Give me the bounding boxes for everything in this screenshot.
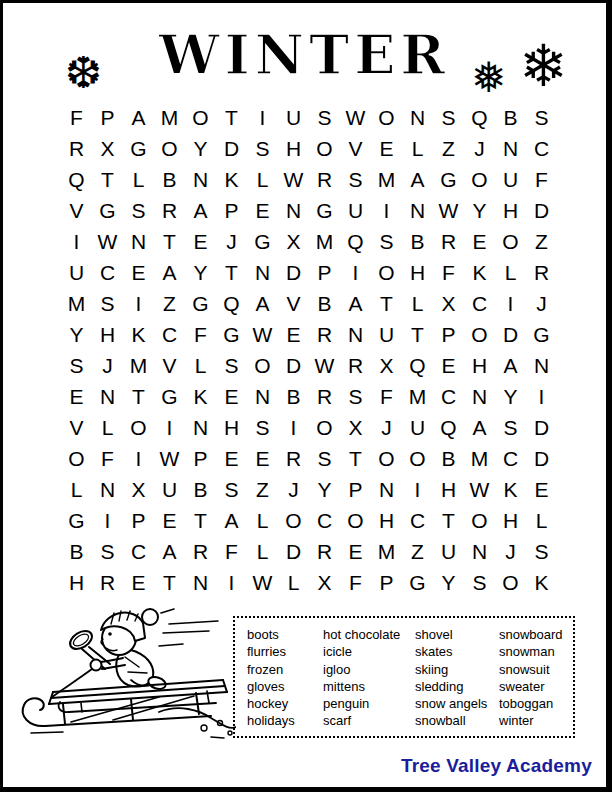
grid-letter: E (216, 381, 247, 412)
grid-letter: N (402, 102, 433, 133)
grid-letter: O (340, 505, 371, 536)
grid-letter: Y (185, 257, 216, 288)
grid-letter: L (526, 505, 557, 536)
grid-letter: E (433, 350, 464, 381)
grid-letter: D (495, 319, 526, 350)
grid-letter: H (371, 505, 402, 536)
grid-letter: E (216, 443, 247, 474)
grid-letter: L (247, 164, 278, 195)
grid-letter: O (371, 443, 402, 474)
grid-letter: K (185, 381, 216, 412)
grid-letter: P (433, 319, 464, 350)
grid-letter: A (154, 257, 185, 288)
grid-letter: S (92, 536, 123, 567)
grid-letter: Y (185, 133, 216, 164)
grid-letter: E (123, 257, 154, 288)
grid-letter: U (402, 412, 433, 443)
grid-letter: Q (464, 102, 495, 133)
grid-letter: J (92, 350, 123, 381)
grid-letter: J (495, 536, 526, 567)
word-list-item: frozen (247, 661, 323, 678)
word-list-item: winter (499, 712, 573, 729)
word-search-grid: FPAMOTIUSWONSQBSRXGOYDSHOVELZJNCQTLBNKLW… (61, 102, 557, 598)
grid-letter: H (464, 350, 495, 381)
grid-letter: L (247, 536, 278, 567)
sled-illustration (11, 599, 236, 751)
grid-letter: N (247, 257, 278, 288)
grid-letter: L (123, 164, 154, 195)
grid-letter: I (247, 102, 278, 133)
grid-letter: S (526, 536, 557, 567)
grid-letter: T (402, 319, 433, 350)
page-title: WINTERWINTER (3, 25, 606, 85)
grid-letter: Q (61, 164, 92, 195)
grid-letter: E (247, 195, 278, 226)
grid-letter: H (495, 195, 526, 226)
grid-letter: B (309, 288, 340, 319)
grid-letter: T (340, 443, 371, 474)
grid-letter: S (216, 474, 247, 505)
grid-letter: G (61, 505, 92, 536)
word-list-item: skiing (415, 661, 499, 678)
grid-letter: B (61, 536, 92, 567)
grid-letter: A (402, 164, 433, 195)
grid-letter: S (309, 102, 340, 133)
grid-letter: N (92, 381, 123, 412)
grid-letter: S (61, 350, 92, 381)
grid-letter: T (154, 567, 185, 598)
word-list-box: bootsflurriesfrozengloveshockeyholidaysh… (233, 616, 575, 738)
grid-letter: O (278, 505, 309, 536)
grid-letter: N (526, 350, 557, 381)
grid-letter: E (61, 381, 92, 412)
grid-letter: I (123, 443, 154, 474)
grid-letter: B (402, 226, 433, 257)
grid-letter: K (464, 257, 495, 288)
grid-letter: Z (433, 133, 464, 164)
grid-letter: O (154, 133, 185, 164)
grid-letter: W (464, 474, 495, 505)
grid-letter: O (402, 443, 433, 474)
grid-letter: S (92, 288, 123, 319)
grid-letter: A (340, 288, 371, 319)
word-list-item: mittens (323, 678, 415, 695)
grid-letter: M (371, 164, 402, 195)
grid-letter: O (123, 412, 154, 443)
grid-letter: L (92, 412, 123, 443)
grid-letter: R (61, 133, 92, 164)
grid-letter: P (216, 195, 247, 226)
word-list-column: snowboardsnowmansnowsuitsweatertobogganw… (499, 626, 573, 736)
grid-letter: I (154, 412, 185, 443)
grid-letter: H (278, 133, 309, 164)
grid-letter: F (526, 164, 557, 195)
grid-letter: O (495, 226, 526, 257)
grid-letter: U (495, 164, 526, 195)
grid-letter: O (464, 319, 495, 350)
grid-letter: S (123, 195, 154, 226)
grid-letter: G (402, 567, 433, 598)
word-list-item: igloo (323, 661, 415, 678)
word-list-column: bootsflurriesfrozengloveshockeyholidays (247, 626, 323, 736)
grid-letter: H (92, 319, 123, 350)
grid-letter: T (154, 226, 185, 257)
grid-letter: Y (433, 567, 464, 598)
grid-letter: G (123, 133, 154, 164)
grid-letter: Z (526, 226, 557, 257)
grid-letter: F (216, 536, 247, 567)
grid-letter: R (278, 443, 309, 474)
grid-letter: F (61, 102, 92, 133)
grid-letter: Z (154, 288, 185, 319)
grid-letter: I (402, 474, 433, 505)
grid-letter: F (433, 257, 464, 288)
grid-letter: E (526, 474, 557, 505)
grid-letter: O (185, 102, 216, 133)
word-list-item: skates (415, 643, 499, 660)
grid-letter: W (247, 319, 278, 350)
grid-letter: R (309, 381, 340, 412)
grid-letter: P (123, 505, 154, 536)
grid-letter: N (402, 195, 433, 226)
grid-letter: S (464, 567, 495, 598)
grid-letter: N (495, 133, 526, 164)
grid-letter: X (92, 133, 123, 164)
grid-letter: N (247, 381, 278, 412)
grid-letter: U (154, 474, 185, 505)
grid-letter: R (92, 567, 123, 598)
grid-letter: O (61, 443, 92, 474)
grid-letter: I (61, 226, 92, 257)
grid-letter: H (216, 412, 247, 443)
grid-letter: A (247, 288, 278, 319)
word-list-item: snowsuit (499, 661, 573, 678)
grid-letter: N (185, 412, 216, 443)
grid-letter: N (123, 226, 154, 257)
grid-letter: C (464, 288, 495, 319)
word-list-item: snowball (415, 712, 499, 729)
grid-letter: A (185, 195, 216, 226)
grid-letter: D (526, 443, 557, 474)
grid-letter: P (371, 567, 402, 598)
grid-letter: I (371, 195, 402, 226)
grid-letter: W (278, 164, 309, 195)
word-list-item: sweater (499, 678, 573, 695)
word-list-column: hot chocolateicicleigloomittenspenguinsc… (323, 626, 415, 736)
grid-letter: O (371, 102, 402, 133)
grid-letter: N (340, 319, 371, 350)
grid-letter: C (526, 133, 557, 164)
grid-letter: D (216, 133, 247, 164)
grid-letter: U (278, 102, 309, 133)
grid-letter: I (526, 381, 557, 412)
word-list-item: hot chocolate (323, 626, 415, 643)
grid-letter: V (340, 133, 371, 164)
grid-letter: G (433, 164, 464, 195)
grid-letter: N (464, 536, 495, 567)
grid-letter: A (154, 536, 185, 567)
grid-letter: X (433, 288, 464, 319)
grid-letter: N (371, 474, 402, 505)
grid-letter: I (216, 567, 247, 598)
grid-letter: Q (433, 412, 464, 443)
grid-letter: M (154, 102, 185, 133)
grid-letter: R (309, 536, 340, 567)
snowflake-icon: ❄ (519, 37, 568, 95)
grid-letter: I (123, 288, 154, 319)
grid-letter: S (247, 133, 278, 164)
grid-letter: P (309, 257, 340, 288)
grid-letter: T (371, 288, 402, 319)
grid-letter: Y (495, 381, 526, 412)
grid-letter: R (340, 350, 371, 381)
grid-letter: X (340, 412, 371, 443)
grid-letter: V (154, 350, 185, 381)
grid-letter: H (402, 257, 433, 288)
grid-letter: Q (340, 226, 371, 257)
grid-letter: K (216, 164, 247, 195)
grid-letter: C (154, 319, 185, 350)
grid-letter: N (278, 195, 309, 226)
grid-letter: P (340, 474, 371, 505)
grid-letter: S (371, 226, 402, 257)
brand-text: Tree Valley Academy (401, 755, 592, 777)
grid-letter: G (526, 319, 557, 350)
grid-letter: X (371, 350, 402, 381)
grid-letter: L (185, 350, 216, 381)
grid-letter: F (185, 319, 216, 350)
grid-letter: O (371, 257, 402, 288)
grid-letter: M (402, 381, 433, 412)
grid-letter: M (371, 536, 402, 567)
grid-letter: A (216, 505, 247, 536)
grid-letter: O (464, 164, 495, 195)
grid-letter: N (185, 164, 216, 195)
word-list-item: boots (247, 626, 323, 643)
grid-letter: I (278, 412, 309, 443)
grid-letter: E (247, 443, 278, 474)
word-list-item: holidays (247, 712, 323, 729)
grid-letter: P (185, 443, 216, 474)
grid-letter: M (309, 226, 340, 257)
grid-letter: X (123, 474, 154, 505)
grid-letter: T (123, 381, 154, 412)
grid-letter: J (216, 226, 247, 257)
grid-letter: D (278, 536, 309, 567)
grid-letter: R (154, 195, 185, 226)
worksheet-page: ❆ WINTERWINTER ❅ ❄ FPAMOTIUSWONSQBSRXGOY… (0, 0, 612, 792)
grid-letter: M (61, 288, 92, 319)
word-list-item: snow angels (415, 695, 499, 712)
grid-letter: G (216, 319, 247, 350)
grid-letter: Z (402, 536, 433, 567)
grid-letter: I (340, 257, 371, 288)
grid-letter: R (309, 319, 340, 350)
grid-letter: J (278, 474, 309, 505)
grid-letter: C (309, 505, 340, 536)
grid-letter: Q (402, 350, 433, 381)
grid-letter: E (464, 226, 495, 257)
grid-letter: L (61, 474, 92, 505)
grid-letter: A (495, 350, 526, 381)
grid-letter: F (371, 381, 402, 412)
grid-letter: C (402, 505, 433, 536)
grid-letter: S (433, 102, 464, 133)
grid-letter: U (340, 195, 371, 226)
grid-letter: S (340, 164, 371, 195)
word-list-item: shovel (415, 626, 499, 643)
grid-letter: D (526, 195, 557, 226)
grid-letter: L (278, 567, 309, 598)
grid-letter: E (340, 536, 371, 567)
grid-letter: T (185, 505, 216, 536)
grid-letter: W (247, 567, 278, 598)
grid-letter: P (92, 102, 123, 133)
grid-letter: L (402, 288, 433, 319)
word-list-item: scarf (323, 712, 415, 729)
grid-letter: H (433, 474, 464, 505)
grid-letter: C (123, 536, 154, 567)
grid-letter: S (495, 412, 526, 443)
grid-letter: O (309, 133, 340, 164)
grid-letter: S (526, 102, 557, 133)
grid-letter: U (433, 536, 464, 567)
grid-letter: C (433, 381, 464, 412)
grid-letter: W (92, 226, 123, 257)
grid-letter: B (495, 102, 526, 133)
grid-letter: A (464, 412, 495, 443)
grid-letter: A (123, 102, 154, 133)
grid-letter: N (92, 474, 123, 505)
grid-letter: K (526, 567, 557, 598)
grid-letter: F (340, 567, 371, 598)
grid-letter: T (216, 102, 247, 133)
grid-letter: V (61, 412, 92, 443)
grid-letter: R (433, 226, 464, 257)
grid-letter: T (433, 505, 464, 536)
grid-letter: E (123, 567, 154, 598)
grid-letter: L (402, 133, 433, 164)
grid-letter: R (309, 164, 340, 195)
grid-letter: D (278, 257, 309, 288)
grid-letter: U (371, 319, 402, 350)
grid-letter: K (123, 319, 154, 350)
grid-letter: O (495, 567, 526, 598)
word-list-column: shovelskatesskiingsleddingsnow angelssno… (415, 626, 499, 736)
grid-letter: J (464, 133, 495, 164)
grid-letter: V (61, 195, 92, 226)
grid-letter: B (278, 381, 309, 412)
word-list-item: snowman (499, 643, 573, 660)
grid-letter: B (433, 443, 464, 474)
grid-letter: X (309, 567, 340, 598)
grid-letter: W (433, 195, 464, 226)
grid-letter: W (154, 443, 185, 474)
page-title-text: WINTER (159, 23, 450, 87)
grid-letter: X (278, 226, 309, 257)
grid-letter: Y (61, 319, 92, 350)
grid-letter: M (123, 350, 154, 381)
grid-letter: Y (464, 195, 495, 226)
grid-letter: E (371, 133, 402, 164)
grid-letter: G (154, 381, 185, 412)
grid-letter: G (185, 288, 216, 319)
grid-letter: F (92, 443, 123, 474)
grid-letter: Z (247, 474, 278, 505)
word-list-item: hockey (247, 695, 323, 712)
word-list-item: toboggan (499, 695, 573, 712)
grid-letter: O (464, 505, 495, 536)
grid-letter: U (61, 257, 92, 288)
snowflake-icon: ❅ (471, 57, 506, 99)
grid-letter: W (309, 350, 340, 381)
grid-letter: B (185, 474, 216, 505)
grid-letter: Y (309, 474, 340, 505)
grid-letter: Q (216, 288, 247, 319)
grid-letter: S (340, 381, 371, 412)
word-list-item: penguin (323, 695, 415, 712)
grid-letter: D (526, 412, 557, 443)
word-list-item: sledding (415, 678, 499, 695)
word-list-item: snowboard (499, 626, 573, 643)
grid-letter: E (278, 319, 309, 350)
grid-letter: G (92, 195, 123, 226)
word-list-item: flurries (247, 643, 323, 660)
grid-letter: I (92, 505, 123, 536)
grid-letter: O (309, 412, 340, 443)
grid-letter: C (92, 257, 123, 288)
grid-letter: R (526, 257, 557, 288)
word-list-item: icicle (323, 643, 415, 660)
grid-letter: G (309, 195, 340, 226)
grid-letter: B (154, 164, 185, 195)
word-list-item: gloves (247, 678, 323, 695)
grid-letter: I (495, 288, 526, 319)
grid-letter: N (464, 381, 495, 412)
grid-letter: N (185, 567, 216, 598)
grid-letter: L (247, 505, 278, 536)
grid-letter: D (278, 350, 309, 381)
grid-letter: O (247, 350, 278, 381)
grid-letter: T (216, 257, 247, 288)
grid-letter: H (495, 505, 526, 536)
grid-letter: W (340, 102, 371, 133)
grid-letter: R (185, 536, 216, 567)
grid-letter: L (495, 257, 526, 288)
grid-letter: K (495, 474, 526, 505)
grid-letter: S (247, 412, 278, 443)
grid-letter: E (185, 226, 216, 257)
grid-letter: J (371, 412, 402, 443)
grid-letter: T (92, 164, 123, 195)
grid-letter: M (464, 443, 495, 474)
grid-letter: J (526, 288, 557, 319)
grid-letter: G (247, 226, 278, 257)
grid-letter: V (278, 288, 309, 319)
grid-letter: H (61, 567, 92, 598)
grid-letter: E (154, 505, 185, 536)
grid-letter: S (216, 350, 247, 381)
grid-letter: C (495, 443, 526, 474)
grid-letter: S (309, 443, 340, 474)
